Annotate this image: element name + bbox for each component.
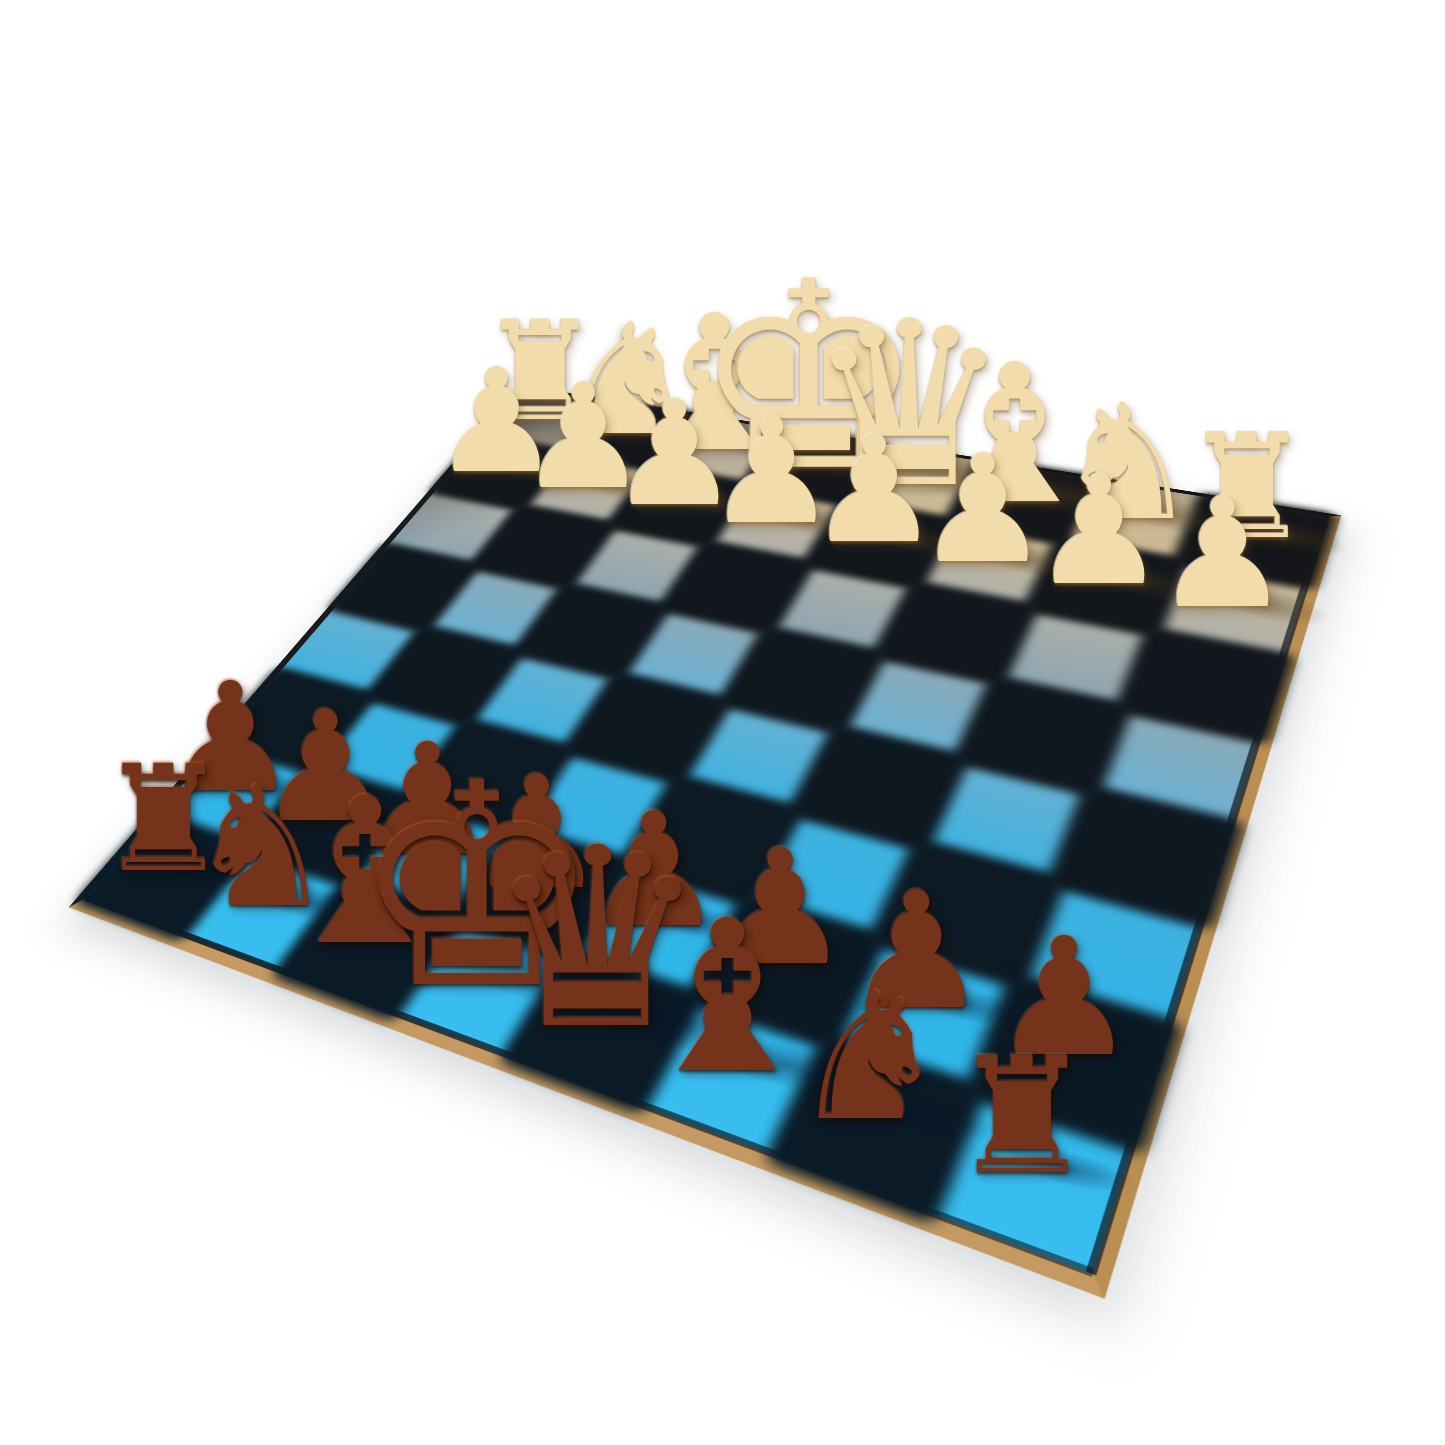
pieces-layer: ♜♞♝♛♚♝♞♜♟♟♟♟♟♟♟♟♟♟♟♟♟♟♟♟♜♞♝♛♚♝♞♜: [0, 0, 1445, 1445]
piece-white-pawn-c2[interactable]: ♟: [916, 436, 1050, 585]
piece-white-pawn-a2[interactable]: ♟: [1154, 478, 1290, 630]
piece-white-pawn-b2[interactable]: ♟: [1031, 456, 1166, 607]
photo-canvas: ♜♞♝♛♚♝♞♜♟♟♟♟♟♟♟♟♟♟♟♟♟♟♟♟♜♞♝♛♚♝♞♜: [0, 0, 1445, 1445]
piece-black-rook-a8[interactable]: ♜: [950, 1037, 1094, 1197]
piece-black-knight-b8[interactable]: ♞: [790, 970, 948, 1146]
